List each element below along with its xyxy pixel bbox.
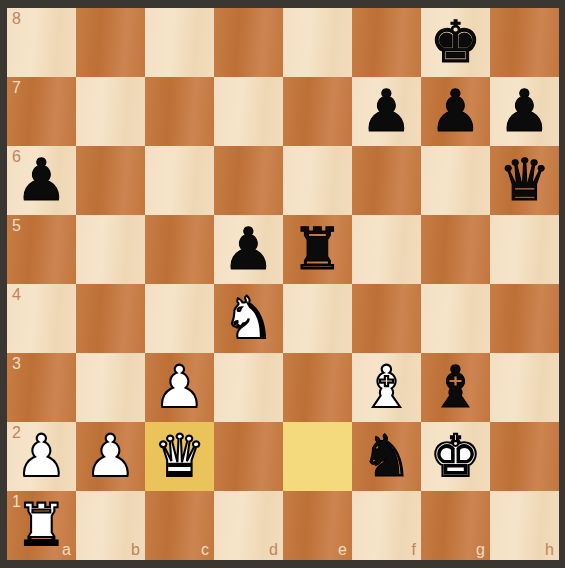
square-g4[interactable]	[421, 284, 490, 353]
square-b6[interactable]	[76, 146, 145, 215]
square-f1[interactable]: f	[352, 491, 421, 560]
square-h5[interactable]	[490, 215, 559, 284]
square-h1[interactable]: h	[490, 491, 559, 560]
square-g2[interactable]: ♚	[421, 422, 490, 491]
black-pawn[interactable]: ♟	[490, 77, 559, 146]
square-h6[interactable]: ♛	[490, 146, 559, 215]
square-e1[interactable]: e	[283, 491, 352, 560]
black-bishop[interactable]: ♝	[421, 353, 490, 422]
file-label-f: f	[412, 541, 416, 559]
black-pawn[interactable]: ♟	[421, 77, 490, 146]
square-g1[interactable]: g	[421, 491, 490, 560]
square-d8[interactable]	[214, 8, 283, 77]
square-b7[interactable]	[76, 77, 145, 146]
square-e5[interactable]: ♜	[283, 215, 352, 284]
white-pawn[interactable]: ♟	[76, 422, 145, 491]
chess-board: 8♚7♟♟♟6♟♛5♟♜4♞3♟♝♝2♟♟♛♞♚1a♜bcdefgh	[7, 8, 559, 560]
square-f6[interactable]	[352, 146, 421, 215]
black-rook[interactable]: ♜	[283, 215, 352, 284]
rank-label-5: 5	[12, 217, 21, 235]
white-pawn[interactable]: ♟	[7, 422, 76, 491]
file-label-h: h	[545, 541, 554, 559]
file-label-b: b	[131, 541, 140, 559]
square-e8[interactable]	[283, 8, 352, 77]
square-d5[interactable]: ♟	[214, 215, 283, 284]
square-f3[interactable]: ♝	[352, 353, 421, 422]
square-d7[interactable]	[214, 77, 283, 146]
square-a2[interactable]: 2♟	[7, 422, 76, 491]
square-a5[interactable]: 5	[7, 215, 76, 284]
square-g7[interactable]: ♟	[421, 77, 490, 146]
rank-label-7: 7	[12, 79, 21, 97]
square-f4[interactable]	[352, 284, 421, 353]
square-g5[interactable]	[421, 215, 490, 284]
square-h4[interactable]	[490, 284, 559, 353]
square-c7[interactable]	[145, 77, 214, 146]
square-b4[interactable]	[76, 284, 145, 353]
square-d3[interactable]	[214, 353, 283, 422]
file-label-c: c	[201, 541, 209, 559]
file-label-d: d	[269, 541, 278, 559]
square-a7[interactable]: 7	[7, 77, 76, 146]
file-label-g: g	[476, 541, 485, 559]
square-c1[interactable]: c	[145, 491, 214, 560]
square-a8[interactable]: 8	[7, 8, 76, 77]
square-c6[interactable]	[145, 146, 214, 215]
square-e4[interactable]	[283, 284, 352, 353]
white-rook[interactable]: ♜	[7, 491, 76, 560]
square-c2-highlighted[interactable]: ♛	[145, 422, 214, 491]
black-pawn[interactable]: ♟	[352, 77, 421, 146]
white-knight[interactable]: ♞	[214, 284, 283, 353]
black-queen[interactable]: ♛	[490, 146, 559, 215]
square-h7[interactable]: ♟	[490, 77, 559, 146]
square-b1[interactable]: b	[76, 491, 145, 560]
square-h8[interactable]	[490, 8, 559, 77]
square-h3[interactable]	[490, 353, 559, 422]
white-bishop[interactable]: ♝	[352, 353, 421, 422]
square-a4[interactable]: 4	[7, 284, 76, 353]
square-d2[interactable]	[214, 422, 283, 491]
square-g6[interactable]	[421, 146, 490, 215]
white-pawn[interactable]: ♟	[145, 353, 214, 422]
square-c3[interactable]: ♟	[145, 353, 214, 422]
square-e2-highlighted[interactable]	[283, 422, 352, 491]
square-e6[interactable]	[283, 146, 352, 215]
rank-label-4: 4	[12, 286, 21, 304]
square-c5[interactable]	[145, 215, 214, 284]
black-pawn[interactable]: ♟	[7, 146, 76, 215]
rank-label-3: 3	[12, 355, 21, 373]
square-b3[interactable]	[76, 353, 145, 422]
square-b2[interactable]: ♟	[76, 422, 145, 491]
square-d6[interactable]	[214, 146, 283, 215]
square-f8[interactable]	[352, 8, 421, 77]
square-a6[interactable]: 6♟	[7, 146, 76, 215]
square-c8[interactable]	[145, 8, 214, 77]
square-h2[interactable]	[490, 422, 559, 491]
black-king[interactable]: ♚	[421, 8, 490, 77]
square-f2[interactable]: ♞	[352, 422, 421, 491]
white-queen[interactable]: ♛	[145, 422, 214, 491]
square-a1[interactable]: 1a♜	[7, 491, 76, 560]
square-b5[interactable]	[76, 215, 145, 284]
square-d4[interactable]: ♞	[214, 284, 283, 353]
board-frame: 8♚7♟♟♟6♟♛5♟♜4♞3♟♝♝2♟♟♛♞♚1a♜bcdefgh	[0, 0, 565, 568]
square-a3[interactable]: 3	[7, 353, 76, 422]
square-c4[interactable]	[145, 284, 214, 353]
square-f5[interactable]	[352, 215, 421, 284]
square-d1[interactable]: d	[214, 491, 283, 560]
black-knight[interactable]: ♞	[352, 422, 421, 491]
file-label-e: e	[338, 541, 347, 559]
black-pawn[interactable]: ♟	[214, 215, 283, 284]
square-b8[interactable]	[76, 8, 145, 77]
white-king[interactable]: ♚	[421, 422, 490, 491]
square-f7[interactable]: ♟	[352, 77, 421, 146]
rank-label-8: 8	[12, 10, 21, 28]
square-e7[interactable]	[283, 77, 352, 146]
square-g3[interactable]: ♝	[421, 353, 490, 422]
square-g8[interactable]: ♚	[421, 8, 490, 77]
square-e3[interactable]	[283, 353, 352, 422]
